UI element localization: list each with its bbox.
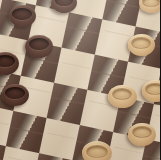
dark-piece[interactable] bbox=[0, 52, 19, 75]
light-piece[interactable] bbox=[82, 141, 112, 160]
light-piece[interactable] bbox=[142, 80, 161, 102]
checkers-board-photo bbox=[0, 0, 160, 160]
dark-piece[interactable] bbox=[51, 0, 77, 13]
light-piece[interactable] bbox=[108, 85, 137, 108]
light-piece[interactable] bbox=[139, 0, 161, 13]
dark-piece[interactable] bbox=[25, 35, 53, 58]
pieces-layer bbox=[0, 0, 160, 160]
light-piece[interactable] bbox=[128, 123, 156, 146]
light-piece[interactable] bbox=[128, 34, 155, 56]
dark-piece[interactable] bbox=[9, 5, 36, 27]
dark-piece[interactable] bbox=[2, 84, 29, 106]
